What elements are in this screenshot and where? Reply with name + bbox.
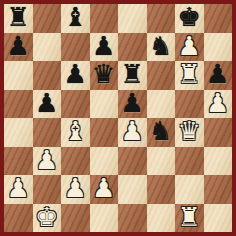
square-a2[interactable]: ♟ xyxy=(4,175,33,204)
white-pawn-d2: ♟ xyxy=(92,175,115,201)
square-b8[interactable] xyxy=(33,4,62,33)
square-g6[interactable]: ♜ xyxy=(175,61,204,90)
black-rook-e6: ♜ xyxy=(121,61,144,87)
white-pawn-c2: ♟ xyxy=(64,175,87,201)
square-e8[interactable] xyxy=(118,4,147,33)
square-e3[interactable] xyxy=(118,147,147,176)
square-e7[interactable] xyxy=(118,33,147,62)
square-c7[interactable] xyxy=(61,33,90,62)
square-c3[interactable] xyxy=(61,147,90,176)
square-e4[interactable]: ♟ xyxy=(118,118,147,147)
square-h1[interactable] xyxy=(204,204,233,233)
square-h3[interactable] xyxy=(204,147,233,176)
black-pawn-h6: ♟ xyxy=(206,61,229,87)
white-king-b1: ♚ xyxy=(35,204,58,230)
white-pawn-b3: ♟ xyxy=(35,147,58,173)
square-g5[interactable] xyxy=(175,90,204,119)
square-d7[interactable]: ♟ xyxy=(90,33,119,62)
black-pawn-d7: ♟ xyxy=(92,33,115,59)
square-b7[interactable] xyxy=(33,33,62,62)
square-c8[interactable]: ♝ xyxy=(61,4,90,33)
square-c4[interactable]: ♝ xyxy=(61,118,90,147)
square-f1[interactable] xyxy=(147,204,176,233)
square-d3[interactable] xyxy=(90,147,119,176)
white-rook-g6: ♜ xyxy=(178,61,201,87)
white-pawn-e4: ♟ xyxy=(121,118,144,144)
square-a7[interactable]: ♟ xyxy=(4,33,33,62)
square-b6[interactable] xyxy=(33,61,62,90)
square-g1[interactable]: ♜ xyxy=(175,204,204,233)
square-g2[interactable] xyxy=(175,175,204,204)
white-queen-g4: ♛ xyxy=(178,118,201,144)
square-a5[interactable] xyxy=(4,90,33,119)
square-b2[interactable] xyxy=(33,175,62,204)
square-g4[interactable]: ♛ xyxy=(175,118,204,147)
square-a3[interactable] xyxy=(4,147,33,176)
black-knight-f7: ♞ xyxy=(149,33,172,59)
black-pawn-c6: ♟ xyxy=(64,61,87,87)
square-c5[interactable] xyxy=(61,90,90,119)
square-f5[interactable] xyxy=(147,90,176,119)
square-f7[interactable]: ♞ xyxy=(147,33,176,62)
square-d2[interactable]: ♟ xyxy=(90,175,119,204)
black-rook-a8: ♜ xyxy=(7,4,30,30)
square-d5[interactable] xyxy=(90,90,119,119)
square-b5[interactable]: ♟ xyxy=(33,90,62,119)
chess-board: ♜♝♚♟♟♞♟♟♛♜♜♟♟♟♟♝♟♞♛♟♟♟♟♚♜ xyxy=(4,4,232,232)
square-d1[interactable] xyxy=(90,204,119,233)
square-d8[interactable] xyxy=(90,4,119,33)
square-c2[interactable]: ♟ xyxy=(61,175,90,204)
square-b4[interactable] xyxy=(33,118,62,147)
square-e6[interactable]: ♜ xyxy=(118,61,147,90)
square-c6[interactable]: ♟ xyxy=(61,61,90,90)
white-bishop-c4: ♝ xyxy=(64,118,87,144)
square-h6[interactable]: ♟ xyxy=(204,61,233,90)
square-e2[interactable] xyxy=(118,175,147,204)
square-c1[interactable] xyxy=(61,204,90,233)
square-g3[interactable] xyxy=(175,147,204,176)
square-f6[interactable] xyxy=(147,61,176,90)
black-pawn-a7: ♟ xyxy=(7,33,30,59)
square-g8[interactable]: ♚ xyxy=(175,4,204,33)
square-g7[interactable]: ♟ xyxy=(175,33,204,62)
chess-board-frame: ♜♝♚♟♟♞♟♟♛♜♜♟♟♟♟♝♟♞♛♟♟♟♟♚♜ xyxy=(0,0,236,236)
square-h8[interactable] xyxy=(204,4,233,33)
square-h5[interactable]: ♟ xyxy=(204,90,233,119)
black-bishop-c8: ♝ xyxy=(64,4,87,30)
black-pawn-e5: ♟ xyxy=(121,90,144,116)
black-king-g8: ♚ xyxy=(178,4,201,30)
square-f4[interactable]: ♞ xyxy=(147,118,176,147)
square-e5[interactable]: ♟ xyxy=(118,90,147,119)
white-pawn-a2: ♟ xyxy=(7,175,30,201)
square-h4[interactable] xyxy=(204,118,233,147)
black-pawn-b5: ♟ xyxy=(35,90,58,116)
square-f8[interactable] xyxy=(147,4,176,33)
black-queen-d6: ♛ xyxy=(92,61,115,87)
square-e1[interactable] xyxy=(118,204,147,233)
square-h7[interactable] xyxy=(204,33,233,62)
square-d4[interactable] xyxy=(90,118,119,147)
square-f2[interactable] xyxy=(147,175,176,204)
square-d6[interactable]: ♛ xyxy=(90,61,119,90)
white-pawn-h5: ♟ xyxy=(206,90,229,116)
square-a6[interactable] xyxy=(4,61,33,90)
square-b1[interactable]: ♚ xyxy=(33,204,62,233)
white-rook-g1: ♜ xyxy=(178,204,201,230)
square-h2[interactable] xyxy=(204,175,233,204)
black-knight-f4: ♞ xyxy=(149,118,172,144)
square-a8[interactable]: ♜ xyxy=(4,4,33,33)
square-a4[interactable] xyxy=(4,118,33,147)
square-f3[interactable] xyxy=(147,147,176,176)
white-pawn-g7: ♟ xyxy=(178,33,201,59)
square-b3[interactable]: ♟ xyxy=(33,147,62,176)
square-a1[interactable] xyxy=(4,204,33,233)
